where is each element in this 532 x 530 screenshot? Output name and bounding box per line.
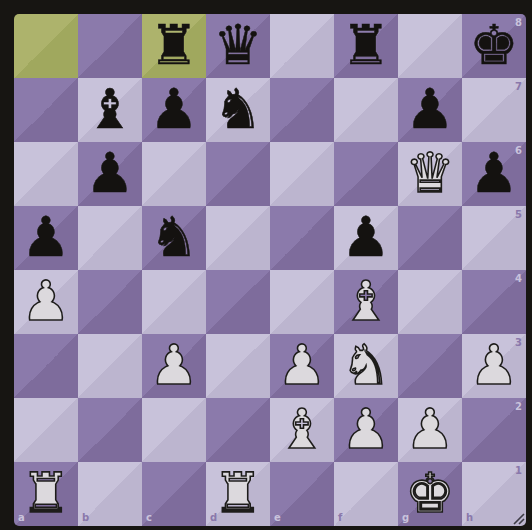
square-h7[interactable]: 7 xyxy=(462,78,526,142)
square-b4[interactable] xyxy=(78,270,142,334)
piece-black-pawn[interactable]: ♟ xyxy=(149,82,198,137)
piece-white-pawn[interactable]: ♟ xyxy=(341,402,390,457)
square-g4[interactable] xyxy=(398,270,462,334)
square-c3[interactable]: ♟ xyxy=(142,334,206,398)
square-a3[interactable] xyxy=(14,334,78,398)
square-b7[interactable]: ♝ xyxy=(78,78,142,142)
square-a1[interactable]: ♜a xyxy=(14,462,78,526)
square-g6[interactable]: ♛ xyxy=(398,142,462,206)
square-d6[interactable] xyxy=(206,142,270,206)
piece-white-pawn[interactable]: ♟ xyxy=(149,338,198,393)
file-label-a: a xyxy=(18,513,25,523)
square-a4[interactable]: ♟ xyxy=(14,270,78,334)
file-label-g: g xyxy=(402,513,409,523)
square-c6[interactable] xyxy=(142,142,206,206)
piece-white-pawn[interactable]: ♟ xyxy=(21,274,70,329)
square-g3[interactable] xyxy=(398,334,462,398)
file-label-f: f xyxy=(338,513,342,523)
square-e2[interactable]: ♝ xyxy=(270,398,334,462)
square-d2[interactable] xyxy=(206,398,270,462)
piece-black-pawn[interactable]: ♟ xyxy=(405,82,454,137)
piece-white-bishop[interactable]: ♝ xyxy=(277,402,326,457)
square-c2[interactable] xyxy=(142,398,206,462)
piece-black-pawn[interactable]: ♟ xyxy=(469,146,518,201)
file-label-d: d xyxy=(210,513,217,523)
piece-white-king[interactable]: ♚ xyxy=(405,466,454,521)
file-label-b: b xyxy=(82,513,89,523)
piece-black-knight[interactable]: ♞ xyxy=(149,210,198,265)
square-a5[interactable]: ♟ xyxy=(14,206,78,270)
square-e1[interactable]: e xyxy=(270,462,334,526)
piece-black-pawn[interactable]: ♟ xyxy=(341,210,390,265)
piece-black-king[interactable]: ♚ xyxy=(469,18,518,73)
square-h8[interactable]: ♚8 xyxy=(462,14,526,78)
square-f2[interactable]: ♟ xyxy=(334,398,398,462)
square-g8[interactable] xyxy=(398,14,462,78)
square-e7[interactable] xyxy=(270,78,334,142)
piece-black-bishop[interactable]: ♝ xyxy=(85,82,134,137)
square-d1[interactable]: ♜d xyxy=(206,462,270,526)
square-e4[interactable] xyxy=(270,270,334,334)
square-h6[interactable]: ♟6 xyxy=(462,142,526,206)
square-c5[interactable]: ♞ xyxy=(142,206,206,270)
piece-white-rook[interactable]: ♜ xyxy=(213,466,262,521)
square-h5[interactable]: 5 xyxy=(462,206,526,270)
square-g2[interactable]: ♟ xyxy=(398,398,462,462)
piece-white-pawn[interactable]: ♟ xyxy=(277,338,326,393)
rank-label-8: 8 xyxy=(515,18,522,28)
piece-black-pawn[interactable]: ♟ xyxy=(85,146,134,201)
piece-white-rook[interactable]: ♜ xyxy=(21,466,70,521)
square-f4[interactable]: ♝ xyxy=(334,270,398,334)
square-g1[interactable]: ♚g xyxy=(398,462,462,526)
square-e3[interactable]: ♟ xyxy=(270,334,334,398)
piece-black-pawn[interactable]: ♟ xyxy=(21,210,70,265)
rank-label-6: 6 xyxy=(515,146,522,156)
square-d3[interactable] xyxy=(206,334,270,398)
piece-black-rook[interactable]: ♜ xyxy=(341,18,390,73)
piece-black-queen[interactable]: ♛ xyxy=(213,18,262,73)
chess-board[interactable]: ♜♛♜♚8♝♟♞♟7♟♛♟6♟♞♟5♟♝4♟♟♞♟3♝♟♟2♜abc♜def♚g… xyxy=(14,14,526,526)
square-f1[interactable]: f xyxy=(334,462,398,526)
square-a8[interactable] xyxy=(14,14,78,78)
rank-label-5: 5 xyxy=(515,210,522,220)
square-g5[interactable] xyxy=(398,206,462,270)
square-c8[interactable]: ♜ xyxy=(142,14,206,78)
file-label-c: c xyxy=(146,513,152,523)
square-e5[interactable] xyxy=(270,206,334,270)
square-f8[interactable]: ♜ xyxy=(334,14,398,78)
piece-white-bishop[interactable]: ♝ xyxy=(341,274,390,329)
square-d5[interactable] xyxy=(206,206,270,270)
square-h4[interactable]: 4 xyxy=(462,270,526,334)
square-e8[interactable] xyxy=(270,14,334,78)
piece-white-queen[interactable]: ♛ xyxy=(405,146,454,201)
file-label-h: h xyxy=(466,513,473,523)
square-g7[interactable]: ♟ xyxy=(398,78,462,142)
square-b1[interactable]: b xyxy=(78,462,142,526)
piece-black-rook[interactable]: ♜ xyxy=(149,18,198,73)
square-f3[interactable]: ♞ xyxy=(334,334,398,398)
square-a6[interactable] xyxy=(14,142,78,206)
square-h2[interactable]: 2 xyxy=(462,398,526,462)
square-f5[interactable]: ♟ xyxy=(334,206,398,270)
rank-label-1: 1 xyxy=(515,466,522,476)
square-c4[interactable] xyxy=(142,270,206,334)
square-c7[interactable]: ♟ xyxy=(142,78,206,142)
piece-black-knight[interactable]: ♞ xyxy=(213,82,262,137)
square-a2[interactable] xyxy=(14,398,78,462)
square-f6[interactable] xyxy=(334,142,398,206)
board-resize-handle[interactable] xyxy=(513,513,525,525)
file-label-e: e xyxy=(274,513,281,523)
square-a7[interactable] xyxy=(14,78,78,142)
square-b5[interactable] xyxy=(78,206,142,270)
rank-label-4: 4 xyxy=(515,274,522,284)
square-f7[interactable] xyxy=(334,78,398,142)
square-b6[interactable]: ♟ xyxy=(78,142,142,206)
square-d8[interactable]: ♛ xyxy=(206,14,270,78)
rank-label-3: 3 xyxy=(515,338,522,348)
rank-label-7: 7 xyxy=(515,82,522,92)
square-d4[interactable] xyxy=(206,270,270,334)
piece-white-pawn[interactable]: ♟ xyxy=(469,338,518,393)
square-c1[interactable]: c xyxy=(142,462,206,526)
square-b8[interactable] xyxy=(78,14,142,78)
square-e6[interactable] xyxy=(270,142,334,206)
square-b2[interactable] xyxy=(78,398,142,462)
piece-white-pawn[interactable]: ♟ xyxy=(405,402,454,457)
square-h3[interactable]: ♟3 xyxy=(462,334,526,398)
square-b3[interactable] xyxy=(78,334,142,398)
piece-white-knight[interactable]: ♞ xyxy=(341,338,390,393)
rank-label-2: 2 xyxy=(515,402,522,412)
square-d7[interactable]: ♞ xyxy=(206,78,270,142)
